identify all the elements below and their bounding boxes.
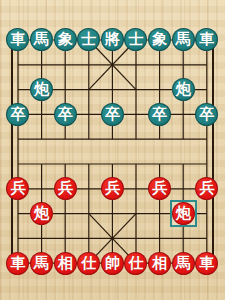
intersection-7-1[interactable] (171, 52, 195, 77)
intersection-3-7[interactable] (77, 201, 101, 226)
intersection-3-4[interactable] (77, 127, 101, 152)
intersection-6-3[interactable]: 卒 (148, 102, 172, 127)
intersection-2-1[interactable] (53, 52, 77, 77)
intersection-8-6[interactable]: 兵 (195, 176, 219, 201)
piece-red-soldier[interactable]: 兵 (6, 177, 29, 200)
intersection-5-6[interactable] (124, 176, 148, 201)
piece-black-advisor[interactable]: 士 (77, 28, 100, 51)
intersection-2-8[interactable] (53, 226, 77, 251)
intersection-3-0[interactable]: 士 (77, 28, 101, 53)
intersection-4-6[interactable]: 兵 (101, 176, 125, 201)
intersection-0-9[interactable]: 車 (6, 251, 30, 276)
intersection-1-4[interactable] (30, 127, 54, 152)
piece-red-general[interactable]: 帥 (101, 252, 124, 275)
intersection-6-7[interactable] (148, 201, 172, 226)
piece-red-horse[interactable]: 馬 (30, 252, 53, 275)
intersection-3-6[interactable] (77, 176, 101, 201)
intersection-6-8[interactable] (148, 226, 172, 251)
intersection-4-0[interactable]: 將 (101, 28, 125, 53)
intersection-1-0[interactable]: 馬 (30, 28, 54, 53)
intersection-0-6[interactable]: 兵 (6, 176, 30, 201)
intersection-6-9[interactable]: 相 (148, 251, 172, 276)
intersection-8-5[interactable] (195, 152, 219, 177)
intersection-2-9[interactable]: 相 (53, 251, 77, 276)
intersection-0-4[interactable] (6, 127, 30, 152)
intersection-1-1[interactable] (30, 52, 54, 77)
intersection-5-0[interactable]: 士 (124, 28, 148, 53)
intersection-3-2[interactable] (77, 77, 101, 102)
intersection-8-4[interactable] (195, 127, 219, 152)
piece-black-chariot[interactable]: 車 (6, 28, 29, 51)
piece-red-horse[interactable]: 馬 (172, 252, 195, 275)
intersection-2-2[interactable] (53, 77, 77, 102)
intersection-3-9[interactable]: 仕 (77, 251, 101, 276)
intersection-7-4[interactable] (171, 127, 195, 152)
piece-red-advisor[interactable]: 仕 (77, 252, 100, 275)
piece-red-soldier[interactable]: 兵 (148, 177, 171, 200)
intersection-8-2[interactable] (195, 77, 219, 102)
intersection-7-6[interactable] (171, 176, 195, 201)
intersection-7-7[interactable]: 炮 (171, 201, 195, 226)
piece-black-general[interactable]: 將 (101, 28, 124, 51)
intersection-5-3[interactable] (124, 102, 148, 127)
intersection-1-9[interactable]: 馬 (30, 251, 54, 276)
piece-black-elephant[interactable]: 象 (54, 28, 77, 51)
piece-black-soldier[interactable]: 卒 (6, 103, 29, 126)
intersection-2-3[interactable]: 卒 (53, 102, 77, 127)
piece-black-horse[interactable]: 馬 (30, 28, 53, 51)
piece-red-elephant[interactable]: 相 (54, 252, 77, 275)
intersection-5-9[interactable]: 仕 (124, 251, 148, 276)
intersection-3-8[interactable] (77, 226, 101, 251)
intersection-5-2[interactable] (124, 77, 148, 102)
intersection-8-9[interactable]: 車 (195, 251, 219, 276)
intersection-0-5[interactable] (6, 152, 30, 177)
intersection-5-1[interactable] (124, 52, 148, 77)
intersection-4-4[interactable] (101, 127, 125, 152)
piece-black-cannon[interactable]: 炮 (172, 78, 195, 101)
piece-red-chariot[interactable]: 車 (6, 252, 29, 275)
piece-black-soldier[interactable]: 卒 (195, 103, 218, 126)
piece-red-cannon[interactable]: 炮 (30, 202, 53, 225)
intersection-0-2[interactable] (6, 77, 30, 102)
intersection-1-2[interactable]: 炮 (30, 77, 54, 102)
intersection-7-8[interactable] (171, 226, 195, 251)
intersection-6-0[interactable]: 象 (148, 28, 172, 53)
intersection-7-9[interactable]: 馬 (171, 251, 195, 276)
piece-red-soldier[interactable]: 兵 (195, 177, 218, 200)
piece-black-soldier[interactable]: 卒 (148, 103, 171, 126)
intersection-5-8[interactable] (124, 226, 148, 251)
intersection-3-1[interactable] (77, 52, 101, 77)
intersection-1-8[interactable] (30, 226, 54, 251)
piece-red-advisor[interactable]: 仕 (124, 252, 147, 275)
intersection-0-0[interactable]: 車 (6, 28, 30, 53)
intersection-2-7[interactable] (53, 201, 77, 226)
intersection-8-0[interactable]: 車 (195, 28, 219, 53)
intersection-0-8[interactable] (6, 226, 30, 251)
piece-red-chariot[interactable]: 車 (195, 252, 218, 275)
piece-red-soldier[interactable]: 兵 (101, 177, 124, 200)
intersection-8-7[interactable] (195, 201, 219, 226)
intersection-4-8[interactable] (101, 226, 125, 251)
piece-black-elephant[interactable]: 象 (148, 28, 171, 51)
intersection-5-4[interactable] (124, 127, 148, 152)
piece-red-elephant[interactable]: 相 (148, 252, 171, 275)
piece-black-soldier[interactable]: 卒 (101, 103, 124, 126)
intersection-0-3[interactable]: 卒 (6, 102, 30, 127)
intersection-4-2[interactable] (101, 77, 125, 102)
intersection-6-2[interactable] (148, 77, 172, 102)
intersection-1-6[interactable] (30, 176, 54, 201)
piece-black-horse[interactable]: 馬 (172, 28, 195, 51)
intersection-4-1[interactable] (101, 52, 125, 77)
intersection-6-6[interactable]: 兵 (148, 176, 172, 201)
board-intersections: 車馬象士將士象馬車炮炮卒卒卒卒卒兵兵兵兵兵炮炮車馬相仕帥仕相馬車 (6, 28, 218, 276)
intersection-8-1[interactable] (195, 52, 219, 77)
intersection-6-4[interactable] (148, 127, 172, 152)
intersection-7-5[interactable] (171, 152, 195, 177)
intersection-4-5[interactable] (101, 152, 125, 177)
intersection-5-7[interactable] (124, 201, 148, 226)
intersection-4-7[interactable] (101, 201, 125, 226)
intersection-6-5[interactable] (148, 152, 172, 177)
intersection-8-8[interactable] (195, 226, 219, 251)
piece-black-cannon[interactable]: 炮 (30, 78, 53, 101)
intersection-2-5[interactable] (53, 152, 77, 177)
intersection-2-0[interactable]: 象 (53, 28, 77, 53)
intersection-3-5[interactable] (77, 152, 101, 177)
intersection-4-9[interactable]: 帥 (101, 251, 125, 276)
intersection-1-3[interactable] (30, 102, 54, 127)
piece-black-chariot[interactable]: 車 (195, 28, 218, 51)
intersection-7-0[interactable]: 馬 (171, 28, 195, 53)
piece-red-cannon[interactable]: 炮 (172, 202, 195, 225)
intersection-1-7[interactable]: 炮 (30, 201, 54, 226)
intersection-2-4[interactable] (53, 127, 77, 152)
xiangqi-board: 車馬象士將士象馬車炮炮卒卒卒卒卒兵兵兵兵兵炮炮車馬相仕帥仕相馬車 (0, 0, 225, 300)
intersection-7-3[interactable] (171, 102, 195, 127)
intersection-8-3[interactable]: 卒 (195, 102, 219, 127)
intersection-2-6[interactable]: 兵 (53, 176, 77, 201)
intersection-7-2[interactable]: 炮 (171, 77, 195, 102)
intersection-6-1[interactable] (148, 52, 172, 77)
piece-black-advisor[interactable]: 士 (124, 28, 147, 51)
intersection-5-5[interactable] (124, 152, 148, 177)
intersection-1-5[interactable] (30, 152, 54, 177)
intersection-4-3[interactable]: 卒 (101, 102, 125, 127)
intersection-0-7[interactable] (6, 201, 30, 226)
piece-black-soldier[interactable]: 卒 (54, 103, 77, 126)
intersection-3-3[interactable] (77, 102, 101, 127)
intersection-0-1[interactable] (6, 52, 30, 77)
piece-red-soldier[interactable]: 兵 (54, 177, 77, 200)
